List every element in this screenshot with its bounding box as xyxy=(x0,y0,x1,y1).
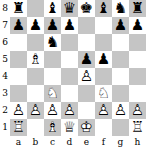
square-b5[interactable]: ♝♗ xyxy=(27,51,44,68)
square-a8[interactable]: ♜ xyxy=(10,0,27,17)
square-f5[interactable]: ♟ xyxy=(95,51,112,68)
file-label-a: a xyxy=(10,136,27,149)
rank-labels: 87654321 xyxy=(0,0,10,136)
black-pawn[interactable]: ♟ xyxy=(44,17,61,34)
square-f7[interactable] xyxy=(95,17,112,34)
square-h1[interactable]: ♜♖ xyxy=(129,119,146,136)
square-e7[interactable] xyxy=(78,17,95,34)
square-a2[interactable]: ♟♙ xyxy=(10,102,27,119)
white-bishop[interactable]: ♝♗ xyxy=(44,119,61,136)
black-pawn[interactable]: ♟ xyxy=(78,51,95,68)
white-bishop[interactable]: ♝♗ xyxy=(27,51,44,68)
board: ♜♝♛♚♝♞♜♟♟♟♟♟♟♞♝♗♟♟♟♙♞♘♞♘♟♙♟♙♟♙♟♙♟♙♟♙♟♙♜♖… xyxy=(10,0,146,136)
square-e2[interactable] xyxy=(78,102,95,119)
square-b2[interactable]: ♟♙ xyxy=(27,102,44,119)
square-g5[interactable] xyxy=(112,51,129,68)
black-pawn[interactable]: ♟ xyxy=(10,17,27,34)
square-c8[interactable]: ♝ xyxy=(44,0,61,17)
rank-label-7: 7 xyxy=(0,17,10,34)
white-queen[interactable]: ♛♕ xyxy=(61,119,78,136)
black-pawn[interactable]: ♟ xyxy=(112,17,129,34)
black-king[interactable]: ♚ xyxy=(78,0,95,17)
white-piece-outline: ♙ xyxy=(78,68,95,85)
rank-label-5: 5 xyxy=(0,51,10,68)
file-label-f: f xyxy=(95,136,112,149)
square-h6[interactable] xyxy=(129,34,146,51)
square-c1[interactable]: ♝♗ xyxy=(44,119,61,136)
square-f2[interactable]: ♟♙ xyxy=(95,102,112,119)
white-piece-outline: ♙ xyxy=(44,102,61,119)
square-f1[interactable] xyxy=(95,119,112,136)
white-king[interactable]: ♚♔ xyxy=(78,119,95,136)
square-e6[interactable] xyxy=(78,34,95,51)
square-b8[interactable] xyxy=(27,0,44,17)
file-label-g: g xyxy=(112,136,129,149)
square-h7[interactable]: ♟ xyxy=(129,17,146,34)
square-a7[interactable]: ♟ xyxy=(10,17,27,34)
black-rook[interactable]: ♜ xyxy=(129,0,146,17)
square-d8[interactable]: ♛ xyxy=(61,0,78,17)
square-a3[interactable] xyxy=(10,85,27,102)
white-piece-outline: ♙ xyxy=(27,102,44,119)
white-piece-outline: ♙ xyxy=(10,102,27,119)
black-pawn[interactable]: ♟ xyxy=(129,17,146,34)
white-pawn[interactable]: ♟♙ xyxy=(61,102,78,119)
square-h3[interactable] xyxy=(129,85,146,102)
square-c7[interactable]: ♟ xyxy=(44,17,61,34)
square-c5[interactable] xyxy=(44,51,61,68)
square-d2[interactable]: ♟♙ xyxy=(61,102,78,119)
white-pawn[interactable]: ♟♙ xyxy=(95,102,112,119)
white-piece-outline: ♗ xyxy=(27,51,44,68)
white-knight[interactable]: ♞♘ xyxy=(44,85,61,102)
square-c2[interactable]: ♟♙ xyxy=(44,102,61,119)
chess-board-window: 87654321 ♜♝♛♚♝♞♜♟♟♟♟♟♟♞♝♗♟♟♟♙♞♘♞♘♟♙♟♙♟♙♟… xyxy=(0,0,151,149)
square-g7[interactable]: ♟ xyxy=(112,17,129,34)
black-bishop[interactable]: ♝ xyxy=(95,0,112,17)
square-g3[interactable] xyxy=(112,85,129,102)
square-b4[interactable] xyxy=(27,68,44,85)
white-rook[interactable]: ♜♖ xyxy=(129,119,146,136)
file-labels: abcdefgh xyxy=(10,136,146,149)
white-pawn[interactable]: ♟♙ xyxy=(112,102,129,119)
square-b3[interactable] xyxy=(27,85,44,102)
file-label-h: h xyxy=(129,136,146,149)
square-h8[interactable]: ♜ xyxy=(129,0,146,17)
square-d5[interactable] xyxy=(61,51,78,68)
black-bishop[interactable]: ♝ xyxy=(44,0,61,17)
black-knight[interactable]: ♞ xyxy=(112,0,129,17)
white-pawn[interactable]: ♟♙ xyxy=(78,68,95,85)
black-knight[interactable]: ♞ xyxy=(44,34,61,51)
black-pawn[interactable]: ♟ xyxy=(27,17,44,34)
white-pawn[interactable]: ♟♙ xyxy=(44,102,61,119)
white-piece-outline: ♔ xyxy=(78,119,95,136)
white-piece-outline: ♙ xyxy=(112,102,129,119)
square-h2[interactable]: ♟♙ xyxy=(129,102,146,119)
square-g8[interactable]: ♞ xyxy=(112,0,129,17)
white-piece-outline: ♙ xyxy=(61,102,78,119)
white-piece-outline: ♖ xyxy=(129,119,146,136)
rank-label-2: 2 xyxy=(0,102,10,119)
square-b6[interactable] xyxy=(27,34,44,51)
square-e5[interactable]: ♟ xyxy=(78,51,95,68)
square-e8[interactable]: ♚ xyxy=(78,0,95,17)
white-rook[interactable]: ♜♖ xyxy=(10,119,27,136)
white-piece-outline: ♙ xyxy=(95,102,112,119)
rank-label-3: 3 xyxy=(0,85,10,102)
square-d6[interactable] xyxy=(61,34,78,51)
square-g4[interactable] xyxy=(112,68,129,85)
square-d4[interactable] xyxy=(61,68,78,85)
square-a4[interactable] xyxy=(10,68,27,85)
square-e1[interactable]: ♚♔ xyxy=(78,119,95,136)
white-piece-outline: ♕ xyxy=(61,119,78,136)
black-queen[interactable]: ♛ xyxy=(61,0,78,17)
file-label-c: c xyxy=(44,136,61,149)
white-knight[interactable]: ♞♘ xyxy=(95,85,112,102)
black-pawn[interactable]: ♟ xyxy=(61,17,78,34)
file-label-b: b xyxy=(27,136,44,149)
square-c6[interactable]: ♞ xyxy=(44,34,61,51)
square-d7[interactable]: ♟ xyxy=(61,17,78,34)
square-f8[interactable]: ♝ xyxy=(95,0,112,17)
square-f3[interactable]: ♞♘ xyxy=(95,85,112,102)
square-e3[interactable] xyxy=(78,85,95,102)
rank-label-6: 6 xyxy=(0,34,10,51)
square-g6[interactable] xyxy=(112,34,129,51)
square-c3[interactable]: ♞♘ xyxy=(44,85,61,102)
white-pawn[interactable]: ♟♙ xyxy=(10,102,27,119)
white-piece-outline: ♙ xyxy=(129,102,146,119)
white-piece-outline: ♗ xyxy=(44,119,61,136)
rank-label-8: 8 xyxy=(0,0,10,17)
file-label-d: d xyxy=(61,136,78,149)
white-piece-outline: ♘ xyxy=(44,85,61,102)
square-c4[interactable] xyxy=(44,68,61,85)
square-d3[interactable] xyxy=(61,85,78,102)
square-f4[interactable] xyxy=(95,68,112,85)
square-a5[interactable] xyxy=(10,51,27,68)
square-h5[interactable] xyxy=(129,51,146,68)
square-d1[interactable]: ♛♕ xyxy=(61,119,78,136)
square-b1[interactable] xyxy=(27,119,44,136)
square-a6[interactable] xyxy=(10,34,27,51)
square-g2[interactable]: ♟♙ xyxy=(112,102,129,119)
square-g1[interactable] xyxy=(112,119,129,136)
white-piece-outline: ♘ xyxy=(95,85,112,102)
square-f6[interactable] xyxy=(95,34,112,51)
black-pawn[interactable]: ♟ xyxy=(95,51,112,68)
rank-label-4: 4 xyxy=(0,68,10,85)
square-a1[interactable]: ♜♖ xyxy=(10,119,27,136)
square-h4[interactable] xyxy=(129,68,146,85)
white-piece-outline: ♖ xyxy=(10,119,27,136)
file-label-e: e xyxy=(78,136,95,149)
square-e4[interactable]: ♟♙ xyxy=(78,68,95,85)
white-pawn[interactable]: ♟♙ xyxy=(27,102,44,119)
rank-label-1: 1 xyxy=(0,119,10,136)
black-rook[interactable]: ♜ xyxy=(10,0,27,17)
square-b7[interactable]: ♟ xyxy=(27,17,44,34)
white-pawn[interactable]: ♟♙ xyxy=(129,102,146,119)
